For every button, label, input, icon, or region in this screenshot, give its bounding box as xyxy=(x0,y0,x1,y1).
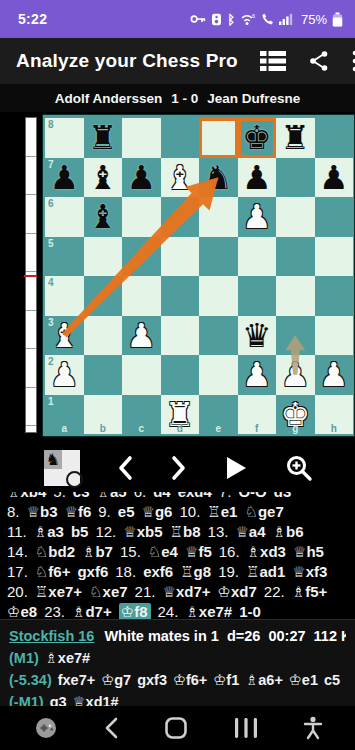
move-token[interactable]: ♘bd2 xyxy=(35,543,75,560)
file-label-e: e xyxy=(215,423,221,434)
move-token[interactable]: ♔e8 xyxy=(7,603,37,619)
app-bar: Analyze your Chess Pro xyxy=(0,38,355,84)
figurine-icon: ♗ xyxy=(247,543,260,561)
figurine-icon: ♕ xyxy=(293,543,306,561)
square-b1[interactable]: b xyxy=(84,395,123,435)
engine-depth: d=26 xyxy=(227,628,260,644)
move-number: 16. xyxy=(219,543,240,560)
square-e3[interactable] xyxy=(199,316,238,356)
autoplay-button[interactable] xyxy=(224,455,248,481)
board-frame: 8♜♚♜7♟♝♟♝♞♟♟6♝♟543♝♟♛2♟♟♟♟1abcd♜efg♚h xyxy=(42,114,355,437)
move-token[interactable]: ♗a5 xyxy=(97,492,127,500)
white-piece-g1: ♚ xyxy=(280,398,310,431)
square-c5[interactable] xyxy=(122,237,161,277)
file-label-c: c xyxy=(138,423,144,434)
figurine-icon: ♔ xyxy=(173,672,186,688)
figurine-icon: ♗ xyxy=(82,543,95,561)
square-e1[interactable]: e xyxy=(199,395,238,435)
white-piece-a2: ♟ xyxy=(49,358,79,391)
square-a4[interactable]: 4 xyxy=(45,276,84,316)
black-piece-b8: ♜ xyxy=(88,121,118,154)
home-button[interactable] xyxy=(164,716,188,740)
app-title: Analyze your Chess Pro xyxy=(16,50,238,72)
figurine-icon: ♗ xyxy=(97,492,110,501)
square-h5[interactable] xyxy=(315,237,354,277)
move-number: 10. xyxy=(179,503,200,520)
white-piece-d1: ♜ xyxy=(165,398,195,431)
engine-header: Stockfish 16White mates in 1 d=26 00:27 … xyxy=(9,625,346,647)
figurine-icon: ♘ xyxy=(148,543,161,561)
move-number: 9. xyxy=(98,503,111,520)
square-f8[interactable]: ♚ xyxy=(238,118,277,158)
white-player-name: Adolf Anderssen xyxy=(55,91,163,106)
figurine-icon: ♕ xyxy=(27,503,40,521)
engine-move: ♔g7 xyxy=(101,672,131,688)
engine-move: ♗xe7# xyxy=(45,650,90,666)
clock: 5:22 xyxy=(18,11,47,27)
black-piece-g8: ♜ xyxy=(280,121,310,154)
move-line-0: ♗xb45.c3♗a56.d4exd47.O-Od3 xyxy=(7,492,355,502)
move-number: 8. xyxy=(7,503,20,520)
square-f2[interactable]: ♟ xyxy=(238,355,277,395)
figurine-icon: ♘ xyxy=(35,543,48,561)
white-piece-f6: ♟ xyxy=(242,200,272,233)
board-toolbar: ♞ xyxy=(0,444,355,492)
figurine-icon: ♔ xyxy=(7,603,20,619)
black-piece-a7: ♟ xyxy=(49,161,79,194)
square-h2[interactable]: ♟ xyxy=(315,355,354,395)
move-token[interactable]: ♗xe7# xyxy=(185,603,232,619)
move-line-2: 11.♗a3b512.♕xb5♖b813.♕a4♗b6 xyxy=(7,522,355,542)
white-piece-c3: ♟ xyxy=(126,319,156,352)
game-tools-button[interactable] xyxy=(34,716,58,740)
move-number: 24. xyxy=(158,603,179,619)
engine-move: c5 xyxy=(324,672,340,688)
white-piece-f2: ♟ xyxy=(242,358,272,391)
square-g8[interactable]: ♜ xyxy=(276,118,315,158)
move-token[interactable]: exd4 xyxy=(178,492,212,500)
move-token[interactable]: ♘e4 xyxy=(148,543,178,560)
square-a7[interactable]: 7♟ xyxy=(45,158,84,198)
move-number: 17. xyxy=(7,563,28,580)
move-line-6: ♔e823.♗d7+♔f824.♗xe7#1-0 xyxy=(7,602,355,619)
move-token[interactable]: ♖g8 xyxy=(180,563,211,580)
move-token[interactable]: ♕h5 xyxy=(293,543,324,560)
square-a6[interactable]: 6 xyxy=(45,197,84,237)
black-piece-b7: ♝ xyxy=(88,161,118,194)
battery-icon xyxy=(332,12,343,27)
black-piece-c7: ♟ xyxy=(126,161,156,194)
call-icon xyxy=(261,13,274,26)
black-piece-b6: ♝ xyxy=(88,200,118,233)
figurine-icon: ♗ xyxy=(45,650,58,666)
square-c7[interactable]: ♟ xyxy=(122,158,161,198)
rank-label-1: 1 xyxy=(48,396,54,407)
figurine-icon: ♗ xyxy=(273,523,286,541)
square-e5[interactable] xyxy=(199,237,238,277)
move-token[interactable]: ♔xd7 xyxy=(218,583,257,600)
move-token[interactable]: ♖b8 xyxy=(170,523,201,540)
wifi-icon: 6 xyxy=(240,13,256,26)
move-number: 23. xyxy=(44,603,65,619)
square-e8[interactable] xyxy=(199,118,238,158)
square-e7[interactable]: ♞ xyxy=(199,158,238,198)
figurine-icon: ♕ xyxy=(162,583,175,601)
file-label-a: a xyxy=(61,423,67,434)
engine-move: ♔f6+ xyxy=(173,672,207,688)
move-number: 6. xyxy=(134,492,147,500)
status-icons: ᛒ 6 75% xyxy=(190,12,343,27)
square-c8[interactable] xyxy=(122,118,161,158)
move-number: 15. xyxy=(120,543,141,560)
file-label-f: f xyxy=(255,423,258,434)
figurine-icon: ♕ xyxy=(292,563,305,581)
bluetooth-icon: ᛒ xyxy=(227,13,235,26)
square-d3[interactable] xyxy=(161,316,200,356)
move-number: 20. xyxy=(7,583,28,600)
figurine-icon: ♗ xyxy=(245,672,258,688)
move-token[interactable]: ♘xe7 xyxy=(89,583,127,600)
square-e6[interactable] xyxy=(199,197,238,237)
chess-board[interactable]: 8♜♚♜7♟♝♟♝♞♟♟6♝♟543♝♟♛2♟♟♟♟1abcd♜efg♚h xyxy=(45,118,353,434)
figurine-icon: ♖ xyxy=(170,523,183,541)
square-c2[interactable] xyxy=(122,355,161,395)
rank-label-5: 5 xyxy=(48,238,54,249)
move-token[interactable]: ♖ad1 xyxy=(246,563,285,580)
figurine-icon: ♖ xyxy=(35,583,48,601)
move-token[interactable]: exf6 xyxy=(143,563,173,580)
move-number: 11. xyxy=(7,523,27,540)
recents-button[interactable] xyxy=(234,717,258,739)
next-move-button[interactable] xyxy=(171,455,187,481)
move-token[interactable]: ♔f8 xyxy=(119,603,151,619)
move-number: 13. xyxy=(208,523,229,540)
move-token[interactable]: d4 xyxy=(153,492,171,500)
status-bar: 5:22 ᛒ 6 75% xyxy=(0,0,355,38)
move-token[interactable]: ♗b6 xyxy=(273,523,304,540)
white-piece-g2: ♟ xyxy=(280,358,310,391)
figurine-icon: ♕ xyxy=(123,523,136,541)
figurine-icon: ♕ xyxy=(141,503,154,521)
phone-screen: 5:22 ᛒ 6 75% Analyze your Chess Pro Adol… xyxy=(0,0,355,750)
square-g3[interactable] xyxy=(276,316,315,356)
square-a1[interactable]: 1a xyxy=(45,395,84,435)
square-f5[interactable] xyxy=(238,237,277,277)
engine-move: ♔e1 xyxy=(289,672,318,688)
square-g1[interactable]: g♚ xyxy=(276,395,315,435)
square-h4[interactable] xyxy=(315,276,354,316)
square-d2[interactable] xyxy=(161,355,200,395)
move-token[interactable]: ♗xd3 xyxy=(247,543,286,560)
engine-move: ♗a6+ xyxy=(245,672,283,688)
move-token[interactable]: ♘ge7 xyxy=(244,503,283,520)
square-d1[interactable]: d♜ xyxy=(161,395,200,435)
zoom-board-button[interactable] xyxy=(285,454,313,482)
engine-move: ♔f1 xyxy=(213,672,239,688)
figurine-icon: ♘ xyxy=(89,583,102,601)
black-piece-f8: ♚ xyxy=(242,121,272,154)
move-token[interactable]: ♗a3 xyxy=(34,523,64,540)
rank-label-8: 8 xyxy=(48,119,54,130)
engine-name-link[interactable]: Stockfish 16 xyxy=(9,628,94,644)
figurine-icon: ♗ xyxy=(7,492,20,501)
square-f3[interactable]: ♛ xyxy=(238,316,277,356)
board-setup-button[interactable]: ♞ xyxy=(44,450,80,486)
square-d7[interactable]: ♝ xyxy=(161,158,200,198)
white-piece-a3: ♝ xyxy=(49,319,79,352)
square-a5[interactable]: 5 xyxy=(45,237,84,277)
file-label-b: b xyxy=(100,423,106,434)
move-number: 14. xyxy=(7,543,28,560)
engine-move: gxf3 xyxy=(137,672,167,688)
back-button[interactable] xyxy=(104,716,119,740)
engine-time: 00:27 xyxy=(268,628,305,644)
move-line-1: 8.♕b3♕f69.e5♕g610.♖e1♘ge7 xyxy=(7,502,355,522)
engine-line-0: (M1)♗xe7# xyxy=(9,647,346,669)
square-e4[interactable] xyxy=(199,276,238,316)
game-header: Adolf Anderssen 1 - 0 Jean Dufresne xyxy=(0,84,355,112)
move-number: 12. xyxy=(95,523,116,540)
board-setup-icon: ♞ xyxy=(44,450,80,486)
move-token[interactable]: c3 xyxy=(73,492,90,500)
white-piece-d7: ♝ xyxy=(165,161,195,194)
accessibility-button[interactable] xyxy=(303,716,323,740)
app-notification-icon xyxy=(211,13,222,26)
move-token[interactable]: O-O xyxy=(238,492,266,500)
figurine-icon: ♔ xyxy=(101,672,114,688)
figurine-icon: ♔ xyxy=(213,672,226,688)
square-g6[interactable] xyxy=(276,197,315,237)
android-nav-bar xyxy=(0,706,355,750)
square-h6[interactable] xyxy=(315,197,354,237)
square-a2[interactable]: 2♟ xyxy=(45,355,84,395)
square-c1[interactable]: c xyxy=(122,395,161,435)
board-area: 8♜♚♜7♟♝♟♝♞♟♟6♝♟543♝♟♛2♟♟♟♟1abcd♜efg♚h xyxy=(0,112,355,444)
move-token[interactable]: gxf6 xyxy=(77,563,108,580)
white-piece-h2: ♟ xyxy=(319,358,349,391)
move-token[interactable]: ♖xe7+ xyxy=(35,583,82,600)
svg-text:6: 6 xyxy=(252,13,255,19)
figurine-icon: ♘ xyxy=(244,503,257,521)
move-token[interactable]: ♘f6+ xyxy=(35,563,71,580)
figurine-icon: ♖ xyxy=(246,563,259,581)
engine-move: fxe7+ xyxy=(58,672,96,688)
move-token[interactable]: ♕xf3 xyxy=(292,563,327,580)
move-token[interactable]: ♗b7 xyxy=(82,543,113,560)
black-player-name: Jean Dufresne xyxy=(207,91,300,106)
move-token[interactable]: ♕a4 xyxy=(235,523,265,540)
move-token[interactable]: d3 xyxy=(274,492,292,500)
figurine-icon: ♗ xyxy=(34,523,47,541)
move-line-4: 17.♘f6+gxf618.exf6♖g819.♖ad1♕xf3 xyxy=(7,562,355,582)
engine-score: (M1) xyxy=(9,650,39,666)
move-token[interactable]: b5 xyxy=(71,523,89,540)
square-h8[interactable] xyxy=(315,118,354,158)
figurine-icon: ♔ xyxy=(218,583,231,601)
rank-label-4: 4 xyxy=(48,277,54,288)
move-token[interactable]: ♗f5+ xyxy=(292,583,328,600)
engine-eval-text: White mates in 1 xyxy=(104,628,218,644)
share-button[interactable] xyxy=(308,50,330,72)
figurine-icon: ♕ xyxy=(235,523,248,541)
move-token[interactable]: ♕xd7+ xyxy=(162,583,210,600)
square-d8[interactable] xyxy=(161,118,200,158)
move-token[interactable]: ♖e1 xyxy=(207,503,237,520)
move-number: 19. xyxy=(218,563,239,580)
figurine-icon: ♗ xyxy=(72,603,85,619)
square-a8[interactable]: 8 xyxy=(45,118,84,158)
move-line-5: 20.♖xe7+♘xe721.♕xd7+♔xd722.♗f5+ xyxy=(7,582,355,602)
square-h3[interactable] xyxy=(315,316,354,356)
square-c3[interactable]: ♟ xyxy=(122,316,161,356)
previous-move-button[interactable] xyxy=(117,455,133,481)
square-g7[interactable] xyxy=(276,158,315,198)
square-d5[interactable] xyxy=(161,237,200,277)
square-h1[interactable]: h xyxy=(315,395,354,435)
move-number: 21. xyxy=(135,583,156,600)
square-b5[interactable] xyxy=(84,237,123,277)
square-f4[interactable] xyxy=(238,276,277,316)
figurine-icon: ♔ xyxy=(289,672,302,688)
engine-score: (-5.34) xyxy=(9,672,52,688)
figurine-icon: ♕ xyxy=(185,543,198,561)
file-label-h: h xyxy=(331,423,337,434)
move-list[interactable]: ♗xb45.c3♗a56.d4exd47.O-Od38.♕b3♕f69.e5♕g… xyxy=(0,492,355,619)
result-token: 1-0 xyxy=(239,603,261,619)
figurine-icon: ♘ xyxy=(35,563,48,581)
figurine-icon: ♖ xyxy=(207,503,220,521)
move-token[interactable]: ♕f5 xyxy=(185,543,212,560)
square-b6[interactable]: ♝ xyxy=(84,197,123,237)
square-b2[interactable] xyxy=(84,355,123,395)
figurine-icon: ♔ xyxy=(121,603,134,619)
square-g5[interactable] xyxy=(276,237,315,277)
move-number: 7. xyxy=(219,492,232,500)
signal-icon xyxy=(279,13,294,25)
black-piece-e7: ♞ xyxy=(203,161,233,194)
square-d4[interactable] xyxy=(161,276,200,316)
square-a3[interactable]: 3♝ xyxy=(45,316,84,356)
square-f7[interactable]: ♟ xyxy=(238,158,277,198)
square-c4[interactable] xyxy=(122,276,161,316)
game-result: 1 - 0 xyxy=(171,91,198,106)
engine-speed: 112 Knps xyxy=(314,628,346,644)
square-e2[interactable] xyxy=(199,355,238,395)
move-number: 18. xyxy=(115,563,136,580)
figurine-icon: ♕ xyxy=(64,503,77,521)
move-token[interactable]: ♕f6 xyxy=(64,503,91,520)
eval-bar xyxy=(25,117,37,433)
move-token[interactable]: ♕b3 xyxy=(27,503,58,520)
square-f1[interactable]: f xyxy=(238,395,277,435)
game-list-button[interactable] xyxy=(260,51,286,71)
square-h7[interactable]: ♟ xyxy=(315,158,354,198)
eval-zero-marker xyxy=(24,275,37,277)
square-b3[interactable] xyxy=(84,316,123,356)
rank-label-6: 6 xyxy=(48,198,54,209)
black-piece-h7: ♟ xyxy=(319,161,349,194)
figurine-icon: ♗ xyxy=(185,603,198,619)
figurine-icon: ♖ xyxy=(180,563,193,581)
figurine-icon: ♗ xyxy=(292,583,305,601)
square-d6[interactable] xyxy=(161,197,200,237)
square-g4[interactable] xyxy=(276,276,315,316)
move-token[interactable]: e5 xyxy=(118,503,135,520)
square-g2[interactable]: ♟ xyxy=(276,355,315,395)
square-b4[interactable] xyxy=(84,276,123,316)
black-piece-f3: ♛ xyxy=(242,319,272,352)
move-token[interactable]: ♗xb4 xyxy=(7,492,46,500)
engine-line-1: (-5.34)fxe7+♔g7gxf3♔f6+♔f1♗a6+♔e1c5♔ xyxy=(9,669,346,691)
move-token[interactable]: ♕g6 xyxy=(141,503,172,520)
vpn-key-icon xyxy=(190,13,206,25)
move-token[interactable]: ♗d7+ xyxy=(72,603,112,619)
move-number: 22. xyxy=(264,583,285,600)
battery-percent: 75% xyxy=(301,12,327,27)
move-number: 5. xyxy=(53,492,66,500)
black-piece-f7: ♟ xyxy=(242,161,272,194)
square-b7[interactable]: ♝ xyxy=(84,158,123,198)
engine-panel: Stockfish 16White mates in 1 d=26 00:27 … xyxy=(0,619,355,713)
square-f6[interactable]: ♟ xyxy=(238,197,277,237)
square-b8[interactable]: ♜ xyxy=(84,118,123,158)
square-c6[interactable] xyxy=(122,197,161,237)
move-token[interactable]: ♕xb5 xyxy=(123,523,162,540)
move-line-3: 14.♘bd2♗b715.♘e4♕f516.♗xd3♕h5 xyxy=(7,542,355,562)
